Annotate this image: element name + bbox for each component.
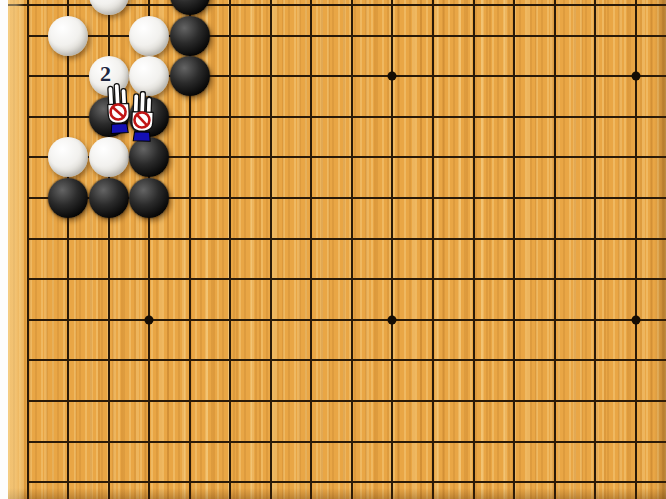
stone-black-D13 (129, 178, 169, 218)
stone-white-D17 (129, 16, 169, 56)
grid-line-horizontal (27, 278, 666, 280)
go-app-window: 2 (0, 0, 666, 499)
star-point (631, 72, 640, 81)
stone-black-B13 (48, 178, 88, 218)
stone-white-B17 (48, 16, 88, 56)
stone-black-E16 (170, 56, 210, 96)
no-entry-hand-cursor (125, 90, 159, 145)
grid-line-horizontal (27, 238, 666, 240)
grid-line-horizontal (27, 359, 666, 361)
grid-line-horizontal (27, 319, 666, 321)
cursor-cuff (133, 132, 150, 142)
star-point (145, 315, 154, 324)
grid-line-horizontal (27, 441, 666, 443)
grid-line-horizontal (27, 481, 666, 483)
star-point (631, 315, 640, 324)
stone-white-B14 (48, 137, 88, 177)
window-left-margin (0, 0, 8, 499)
star-point (388, 315, 397, 324)
stone-white-C14 (89, 137, 129, 177)
stone-black-E17 (170, 16, 210, 56)
grid-line-horizontal (27, 35, 666, 37)
stone-black-C13 (89, 178, 129, 218)
move-number-label: 2 (100, 63, 111, 85)
star-point (388, 72, 397, 81)
grid-line-horizontal (27, 400, 666, 402)
